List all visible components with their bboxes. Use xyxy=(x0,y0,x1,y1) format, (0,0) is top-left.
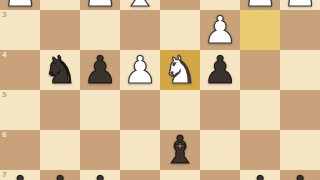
square-e7[interactable] xyxy=(120,170,160,180)
black-bishop-d6[interactable]: ♝ xyxy=(160,130,200,170)
black-pawn-f7-partial[interactable]: ♟ xyxy=(80,170,120,180)
square-b7[interactable]: ♟ xyxy=(240,170,280,180)
square-c4[interactable]: ♟ xyxy=(200,50,240,90)
square-b5[interactable] xyxy=(240,90,280,130)
square-d4[interactable]: ♞ xyxy=(160,50,200,90)
square-c7[interactable] xyxy=(200,170,240,180)
square-e5[interactable] xyxy=(120,90,160,130)
square-h3[interactable]: 3 xyxy=(0,10,40,50)
rank-label-3: 3 xyxy=(2,11,7,19)
white-knight-d4[interactable]: ♞ xyxy=(160,50,200,90)
square-h5[interactable]: 5 xyxy=(0,90,40,130)
square-b6[interactable] xyxy=(240,130,280,170)
square-g7[interactable]: ♟ xyxy=(40,170,80,180)
chess-board: 2♟♟♝♟♟3♟4♞♟♟♞♟56♝7♟♟♟♟♟ xyxy=(0,0,320,180)
square-g5[interactable] xyxy=(40,90,80,130)
square-a7[interactable]: ♟ xyxy=(280,170,320,180)
square-g3[interactable] xyxy=(40,10,80,50)
black-pawn-c4[interactable]: ♟ xyxy=(200,50,240,90)
square-b2[interactable]: ♟ xyxy=(240,0,280,10)
chessboard-viewport: 2♟♟♝♟♟3♟4♞♟♟♞♟56♝7♟♟♟♟♟ xyxy=(0,0,320,180)
square-h6[interactable]: 6 xyxy=(0,130,40,170)
square-e3[interactable] xyxy=(120,10,160,50)
square-d7[interactable] xyxy=(160,170,200,180)
square-d5[interactable] xyxy=(160,90,200,130)
white-pawn-c3[interactable]: ♟ xyxy=(200,10,240,50)
square-c5[interactable] xyxy=(200,90,240,130)
square-g6[interactable] xyxy=(40,130,80,170)
square-f2[interactable]: ♟ xyxy=(80,0,120,10)
black-pawn-g7-partial[interactable]: ♟ xyxy=(40,170,80,180)
black-pawn-f4[interactable]: ♟ xyxy=(80,50,120,90)
square-f6[interactable] xyxy=(80,130,120,170)
rank-label-4: 4 xyxy=(2,51,7,59)
square-c3[interactable]: ♟ xyxy=(200,10,240,50)
square-h4[interactable]: 4 xyxy=(0,50,40,90)
black-pawn-h7-partial[interactable]: ♟ xyxy=(0,170,40,180)
square-b4[interactable] xyxy=(240,50,280,90)
square-c6[interactable] xyxy=(200,130,240,170)
square-a3[interactable] xyxy=(280,10,320,50)
black-knight-g4[interactable]: ♞ xyxy=(40,50,80,90)
square-h7[interactable]: 7♟ xyxy=(0,170,40,180)
black-pawn-b7-partial[interactable]: ♟ xyxy=(240,170,280,180)
square-a4[interactable] xyxy=(280,50,320,90)
square-f5[interactable] xyxy=(80,90,120,130)
square-f4[interactable]: ♟ xyxy=(80,50,120,90)
square-g2[interactable] xyxy=(40,0,80,10)
square-d6[interactable]: ♝ xyxy=(160,130,200,170)
black-pawn-a7-partial[interactable]: ♟ xyxy=(280,170,320,180)
square-g4[interactable]: ♞ xyxy=(40,50,80,90)
square-a2[interactable]: ♟ xyxy=(280,0,320,10)
square-f7[interactable]: ♟ xyxy=(80,170,120,180)
square-d3[interactable] xyxy=(160,10,200,50)
square-a6[interactable] xyxy=(280,130,320,170)
square-e6[interactable] xyxy=(120,130,160,170)
square-e2[interactable]: ♝ xyxy=(120,0,160,10)
square-f3[interactable] xyxy=(80,10,120,50)
square-b3[interactable] xyxy=(240,10,280,50)
square-e4[interactable]: ♟ xyxy=(120,50,160,90)
rank-label-5: 5 xyxy=(2,91,7,99)
rank-label-6: 6 xyxy=(2,131,7,139)
white-pawn-e4[interactable]: ♟ xyxy=(120,50,160,90)
square-d2[interactable] xyxy=(160,0,200,10)
square-a5[interactable] xyxy=(280,90,320,130)
square-h2[interactable]: 2♟ xyxy=(0,0,40,10)
